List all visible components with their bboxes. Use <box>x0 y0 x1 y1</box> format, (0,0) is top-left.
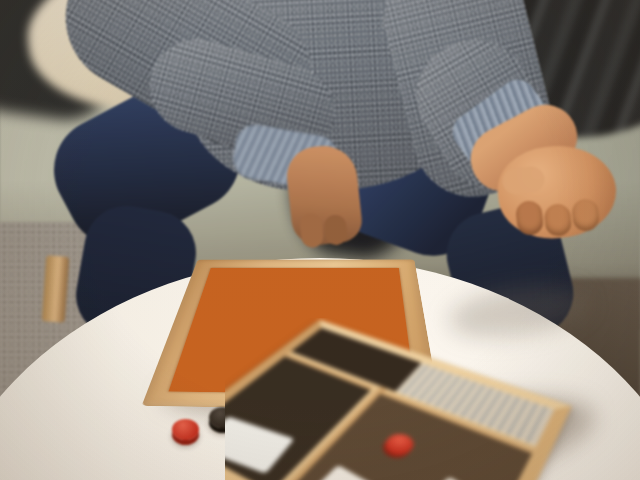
captured-red-checker[interactable] <box>172 419 199 440</box>
storage-tray-area <box>225 318 640 480</box>
right-thumb <box>501 165 545 195</box>
right-hand-finger <box>543 203 572 238</box>
storage-tray <box>225 320 572 480</box>
storage-tray-blur <box>225 318 640 480</box>
right-hand-finger <box>571 198 600 233</box>
living-room-scene <box>0 0 640 480</box>
